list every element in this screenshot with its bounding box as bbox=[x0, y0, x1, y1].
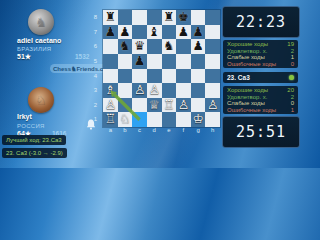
square-e5[interactable] bbox=[162, 54, 177, 69]
square-b1[interactable]: ♘ bbox=[118, 112, 133, 127]
stat-label: Ошибочные ходы bbox=[227, 107, 276, 114]
avatar-bottom-player: ♘ bbox=[28, 87, 54, 113]
black-knight: ♞ bbox=[162, 39, 177, 54]
white-pawn: ♙ bbox=[103, 98, 118, 113]
square-c1[interactable] bbox=[132, 112, 147, 127]
square-e2[interactable]: ♖ bbox=[162, 98, 177, 113]
rank-label-5: 5 bbox=[86, 54, 100, 69]
stat-label: Слабые ходы bbox=[227, 100, 265, 107]
square-a8[interactable]: ♜ bbox=[103, 10, 118, 25]
black-pawn: ♟ bbox=[103, 25, 118, 40]
stat-value: 19 bbox=[287, 41, 294, 48]
square-h3[interactable] bbox=[205, 83, 220, 98]
square-b3[interactable] bbox=[118, 83, 133, 98]
square-b4[interactable] bbox=[118, 69, 133, 84]
square-e7[interactable] bbox=[162, 25, 177, 40]
square-a5[interactable] bbox=[103, 54, 118, 69]
stat-label: Удовлетвор. х. bbox=[227, 48, 267, 55]
black-pawn: ♟ bbox=[191, 25, 206, 40]
file-label-h: h bbox=[205, 127, 220, 134]
square-c3[interactable]: ♙ bbox=[132, 83, 147, 98]
black-king: ♚ bbox=[176, 10, 191, 25]
square-g2[interactable] bbox=[191, 98, 206, 113]
rank-label-2: 2 bbox=[86, 98, 100, 113]
black-pawn: ♟ bbox=[191, 39, 206, 54]
file-label-g: g bbox=[191, 127, 206, 134]
square-b5[interactable] bbox=[118, 54, 133, 69]
rank-label-6: 6 bbox=[86, 39, 100, 54]
square-b7[interactable]: ♟ bbox=[118, 25, 133, 40]
move-quality-dot bbox=[289, 75, 294, 80]
white-pawn: ♙ bbox=[205, 98, 220, 113]
square-e6[interactable]: ♞ bbox=[162, 39, 177, 54]
square-h5[interactable] bbox=[205, 54, 220, 69]
square-e1[interactable] bbox=[162, 112, 177, 127]
file-label-e: e bbox=[162, 127, 177, 134]
stat-row-good: Хорошие ходы19 bbox=[223, 41, 298, 48]
stat-row-weak: Слабые ходы1 bbox=[223, 54, 298, 61]
square-d4[interactable] bbox=[147, 69, 162, 84]
white-queen: ♕ bbox=[147, 98, 162, 113]
avatar-placeholder-icon: ♘ bbox=[35, 93, 47, 108]
stat-row-good: Хорошие ходы20 bbox=[223, 87, 298, 94]
top-player-stars: 51★ bbox=[17, 53, 31, 61]
square-a4[interactable] bbox=[103, 69, 118, 84]
rank-label-7: 7 bbox=[86, 25, 100, 40]
stat-label: Слабые ходы bbox=[227, 54, 265, 61]
rank-label-4: 4 bbox=[86, 69, 100, 84]
stat-row-mistake: Ошибочные ходы1 bbox=[223, 107, 298, 114]
square-e4[interactable] bbox=[162, 69, 177, 84]
square-c2[interactable] bbox=[132, 98, 147, 113]
square-f4[interactable] bbox=[176, 69, 191, 84]
white-pawn: ♙ bbox=[132, 83, 147, 98]
square-f6[interactable] bbox=[176, 39, 191, 54]
square-a7[interactable]: ♟ bbox=[103, 25, 118, 40]
square-c6[interactable]: ♛ bbox=[132, 39, 147, 54]
black-queen: ♛ bbox=[132, 39, 147, 54]
square-h8[interactable] bbox=[205, 10, 220, 25]
stat-value: 1 bbox=[291, 107, 294, 114]
square-c8[interactable] bbox=[132, 10, 147, 25]
square-h6[interactable] bbox=[205, 39, 220, 54]
square-c4[interactable] bbox=[132, 69, 147, 84]
square-g4[interactable] bbox=[191, 69, 206, 84]
square-h7[interactable] bbox=[205, 25, 220, 40]
top-player-country: БРАЗИЛИЯ bbox=[17, 46, 51, 52]
move-eval-label: 23. Са3 (-3.0 → -2.9) bbox=[2, 148, 67, 158]
file-label-d: d bbox=[147, 127, 162, 134]
square-f3[interactable] bbox=[176, 83, 191, 98]
square-e3[interactable] bbox=[162, 83, 177, 98]
rank-label-8: 8 bbox=[86, 10, 100, 25]
top-player-clock: 22:23 bbox=[222, 6, 300, 38]
stat-row-ok: Удовлетвор. х.2 bbox=[223, 94, 298, 101]
stat-value: 20 bbox=[287, 87, 294, 94]
top-player-stats-table: Хорошие ходы19Удовлетвор. х.2Слабые ходы… bbox=[223, 40, 298, 68]
bottom-player-name: Irkyt bbox=[17, 113, 32, 120]
square-c7[interactable] bbox=[132, 25, 147, 40]
white-rook: ♖ bbox=[103, 112, 118, 127]
square-h2[interactable]: ♙ bbox=[205, 98, 220, 113]
square-b8[interactable] bbox=[118, 10, 133, 25]
square-d6[interactable] bbox=[147, 39, 162, 54]
best-move-label: Лучший ход: 23.Са3 bbox=[2, 135, 66, 145]
black-knight: ♞ bbox=[118, 39, 133, 54]
black-rook: ♜ bbox=[103, 10, 118, 25]
square-f8[interactable]: ♚ bbox=[176, 10, 191, 25]
square-a3[interactable]: ♗ bbox=[103, 83, 118, 98]
square-f2[interactable]: ♙ bbox=[176, 98, 191, 113]
square-e8[interactable]: ♜ bbox=[162, 10, 177, 25]
stat-value: 2 bbox=[291, 48, 294, 55]
stat-row-ok: Удовлетвор. х.2 bbox=[223, 48, 298, 55]
white-bishop: ♗ bbox=[103, 83, 118, 98]
square-g7[interactable]: ♟ bbox=[191, 25, 206, 40]
top-player-name: adiel caetano bbox=[17, 37, 61, 44]
stat-label: Удовлетвор. х. bbox=[227, 94, 267, 101]
square-d1[interactable] bbox=[147, 112, 162, 127]
file-label-a: a bbox=[103, 127, 118, 134]
chess-board-wrap: ♜♜♚♟♟♝♟♟♞♛♞♟♟♗♙♙♙♕♖♙♙♖♘♔ bbox=[103, 10, 220, 127]
file-label-b: b bbox=[118, 127, 133, 134]
rank-label-1: 1 bbox=[86, 112, 100, 127]
white-pawn: ♙ bbox=[176, 98, 191, 113]
stat-value: 2 bbox=[291, 94, 294, 101]
black-pawn: ♟ bbox=[132, 54, 147, 69]
file-coordinates: abcdefgh bbox=[103, 127, 220, 134]
square-g1[interactable]: ♔ bbox=[191, 112, 206, 127]
square-h4[interactable] bbox=[205, 69, 220, 84]
rank-coordinates: 87654321 bbox=[86, 10, 100, 127]
stat-value: 0 bbox=[291, 61, 294, 68]
square-d5[interactable] bbox=[147, 54, 162, 69]
stat-value: 1 bbox=[291, 54, 294, 61]
square-g5[interactable] bbox=[191, 54, 206, 69]
bottom-player-clock: 25:51 bbox=[222, 116, 300, 148]
bottom-player-country: РОССИЯ bbox=[17, 123, 45, 129]
square-d3[interactable]: ♙ bbox=[147, 83, 162, 98]
bottom-player-stats-table: Хорошие ходы20Удовлетвор. х.2Слабые ходы… bbox=[223, 86, 298, 114]
square-c5[interactable]: ♟ bbox=[132, 54, 147, 69]
stat-label: Ошибочные ходы bbox=[227, 61, 276, 68]
square-b6[interactable]: ♞ bbox=[118, 39, 133, 54]
square-b2[interactable] bbox=[118, 98, 133, 113]
last-move-text: 23. Са3 bbox=[227, 74, 250, 81]
white-rook: ♖ bbox=[162, 98, 177, 113]
square-d7[interactable]: ♝ bbox=[147, 25, 162, 40]
square-g3[interactable] bbox=[191, 83, 206, 98]
last-move-bar: 23. Са3 bbox=[223, 72, 298, 83]
square-f5[interactable] bbox=[176, 54, 191, 69]
black-pawn: ♟ bbox=[176, 25, 191, 40]
stat-value: 0 bbox=[291, 100, 294, 107]
white-king: ♔ bbox=[191, 112, 206, 127]
black-pawn: ♟ bbox=[118, 25, 133, 40]
square-d2[interactable]: ♕ bbox=[147, 98, 162, 113]
file-label-c: c bbox=[132, 127, 147, 134]
stat-label: Хорошие ходы bbox=[227, 87, 268, 94]
square-a6[interactable] bbox=[103, 39, 118, 54]
white-knight: ♘ bbox=[118, 112, 133, 127]
square-g8[interactable] bbox=[191, 10, 206, 25]
square-g6[interactable]: ♟ bbox=[191, 39, 206, 54]
square-f7[interactable]: ♟ bbox=[176, 25, 191, 40]
stat-label: Хорошие ходы bbox=[227, 41, 268, 48]
avatar-top-player: ♞ bbox=[28, 9, 54, 35]
chess-board: ♜♜♚♟♟♝♟♟♞♛♞♟♟♗♙♙♙♕♖♙♙♖♘♔ bbox=[103, 10, 220, 127]
stat-row-mistake: Ошибочные ходы0 bbox=[223, 61, 298, 68]
avatar-placeholder-icon: ♞ bbox=[35, 15, 47, 30]
square-h1[interactable] bbox=[205, 112, 220, 127]
square-f1[interactable] bbox=[176, 112, 191, 127]
square-d8[interactable] bbox=[147, 10, 162, 25]
black-rook: ♜ bbox=[162, 10, 177, 25]
black-bishop: ♝ bbox=[147, 25, 162, 40]
rank-label-3: 3 bbox=[86, 83, 100, 98]
stat-row-weak: Слабые ходы0 bbox=[223, 100, 298, 107]
square-a2[interactable]: ♙ bbox=[103, 98, 118, 113]
square-a1[interactable]: ♖ bbox=[103, 112, 118, 127]
file-label-f: f bbox=[176, 127, 191, 134]
white-pawn: ♙ bbox=[147, 83, 162, 98]
